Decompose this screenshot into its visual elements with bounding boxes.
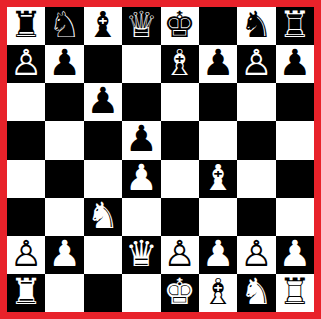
- piece-black-queen: ♕: [125, 7, 157, 43]
- chess-diagram: ♜♘♝♕♚♞♖♙♟♗♟♙♟♟♟♟♝♞♙♟♛♙♟♙♟♜♚♗♞♖: [0, 0, 321, 319]
- square-g3[interactable]: [237, 198, 275, 236]
- square-c1[interactable]: [84, 274, 122, 312]
- piece-black-knight: ♞: [240, 7, 272, 43]
- square-e1[interactable]: ♚: [161, 274, 199, 312]
- piece-black-pawn: ♟: [48, 45, 80, 81]
- square-g4[interactable]: [237, 160, 275, 198]
- square-d3[interactable]: [122, 198, 160, 236]
- square-f8[interactable]: [199, 7, 237, 45]
- square-a2[interactable]: ♙: [7, 236, 45, 274]
- piece-white-pawn: ♟: [279, 236, 311, 272]
- square-g7[interactable]: ♙: [237, 45, 275, 83]
- square-c5[interactable]: [84, 121, 122, 159]
- piece-black-pawn: ♟: [279, 45, 311, 81]
- piece-black-bishop: ♝: [87, 7, 119, 43]
- piece-white-bishop: ♝: [202, 160, 234, 196]
- chess-board: ♜♘♝♕♚♞♖♙♟♗♟♙♟♟♟♟♝♞♙♟♛♙♟♙♟♜♚♗♞♖: [7, 7, 314, 312]
- square-e5[interactable]: [161, 121, 199, 159]
- square-b1[interactable]: [45, 274, 83, 312]
- square-h7[interactable]: ♟: [276, 45, 314, 83]
- square-d7[interactable]: [122, 45, 160, 83]
- square-b4[interactable]: [45, 160, 83, 198]
- square-f7[interactable]: ♟: [199, 45, 237, 83]
- square-f3[interactable]: [199, 198, 237, 236]
- square-a4[interactable]: [7, 160, 45, 198]
- square-d4[interactable]: ♟: [122, 160, 160, 198]
- square-g5[interactable]: [237, 121, 275, 159]
- piece-white-bishop: ♗: [202, 274, 234, 310]
- square-e3[interactable]: [161, 198, 199, 236]
- square-c8[interactable]: ♝: [84, 7, 122, 45]
- piece-white-pawn: ♙: [164, 236, 196, 272]
- square-h8[interactable]: ♖: [276, 7, 314, 45]
- square-b3[interactable]: [45, 198, 83, 236]
- piece-black-pawn: ♟: [202, 45, 234, 81]
- square-f5[interactable]: [199, 121, 237, 159]
- square-a5[interactable]: [7, 121, 45, 159]
- square-a8[interactable]: ♜: [7, 7, 45, 45]
- square-h5[interactable]: [276, 121, 314, 159]
- piece-white-knight: ♞: [240, 274, 272, 310]
- piece-black-pawn: ♙: [240, 45, 272, 81]
- square-c3[interactable]: ♞: [84, 198, 122, 236]
- square-a7[interactable]: ♙: [7, 45, 45, 83]
- square-b6[interactable]: [45, 83, 83, 121]
- square-a1[interactable]: ♜: [7, 274, 45, 312]
- piece-black-pawn: ♟: [125, 121, 157, 157]
- square-g2[interactable]: ♙: [237, 236, 275, 274]
- square-g1[interactable]: ♞: [237, 274, 275, 312]
- square-h3[interactable]: [276, 198, 314, 236]
- square-b7[interactable]: ♟: [45, 45, 83, 83]
- square-d8[interactable]: ♕: [122, 7, 160, 45]
- square-f1[interactable]: ♗: [199, 274, 237, 312]
- square-h1[interactable]: ♖: [276, 274, 314, 312]
- square-a3[interactable]: [7, 198, 45, 236]
- square-e4[interactable]: [161, 160, 199, 198]
- square-c2[interactable]: [84, 236, 122, 274]
- piece-white-rook: ♖: [279, 274, 311, 310]
- square-h6[interactable]: [276, 83, 314, 121]
- piece-black-king: ♚: [164, 7, 196, 43]
- square-d1[interactable]: [122, 274, 160, 312]
- square-c7[interactable]: [84, 45, 122, 83]
- piece-black-pawn: ♟: [87, 83, 119, 119]
- piece-black-pawn: ♙: [10, 45, 42, 81]
- piece-black-rook: ♜: [10, 7, 42, 43]
- piece-black-bishop: ♗: [164, 45, 196, 81]
- piece-white-queen: ♛: [125, 236, 157, 272]
- square-f2[interactable]: ♟: [199, 236, 237, 274]
- piece-white-pawn: ♟: [48, 236, 80, 272]
- square-b8[interactable]: ♘: [45, 7, 83, 45]
- square-d6[interactable]: [122, 83, 160, 121]
- square-g6[interactable]: [237, 83, 275, 121]
- square-d2[interactable]: ♛: [122, 236, 160, 274]
- piece-white-rook: ♜: [10, 274, 42, 310]
- piece-white-pawn: ♟: [125, 160, 157, 196]
- piece-white-pawn: ♟: [202, 236, 234, 272]
- piece-white-pawn: ♙: [240, 236, 272, 272]
- square-g8[interactable]: ♞: [237, 7, 275, 45]
- square-b2[interactable]: ♟: [45, 236, 83, 274]
- square-e8[interactable]: ♚: [161, 7, 199, 45]
- square-d5[interactable]: ♟: [122, 121, 160, 159]
- square-h2[interactable]: ♟: [276, 236, 314, 274]
- square-a6[interactable]: [7, 83, 45, 121]
- square-e7[interactable]: ♗: [161, 45, 199, 83]
- piece-white-pawn: ♙: [10, 236, 42, 272]
- square-c6[interactable]: ♟: [84, 83, 122, 121]
- square-e2[interactable]: ♙: [161, 236, 199, 274]
- square-f6[interactable]: [199, 83, 237, 121]
- piece-white-king: ♚: [164, 274, 196, 310]
- square-f4[interactable]: ♝: [199, 160, 237, 198]
- square-c4[interactable]: [84, 160, 122, 198]
- square-h4[interactable]: [276, 160, 314, 198]
- square-b5[interactable]: [45, 121, 83, 159]
- square-e6[interactable]: [161, 83, 199, 121]
- piece-black-rook: ♖: [279, 7, 311, 43]
- piece-white-knight: ♞: [87, 198, 119, 234]
- piece-black-knight: ♘: [48, 7, 80, 43]
